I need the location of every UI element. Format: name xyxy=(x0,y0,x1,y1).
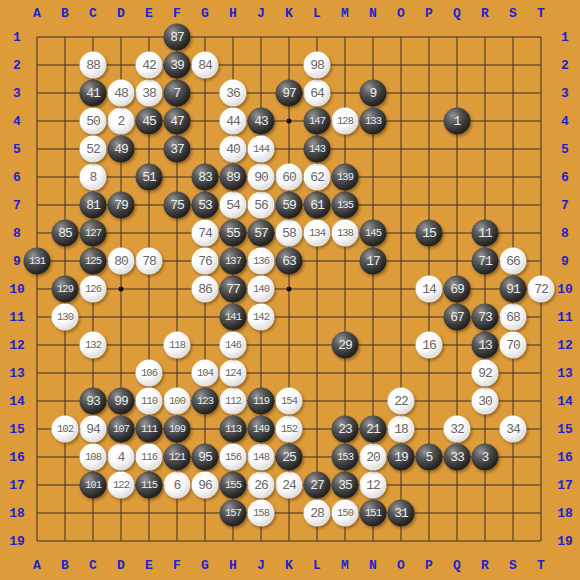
stone-black-M12: 29 xyxy=(332,332,359,359)
move-number: 8 xyxy=(90,171,97,184)
stone-white-D16: 4 xyxy=(108,444,135,471)
move-number: 76 xyxy=(198,255,212,268)
stone-white-J11: 142 xyxy=(248,304,275,331)
stone-white-D4: 2 xyxy=(108,108,135,135)
coord-label-bottom-R: R xyxy=(481,559,489,572)
move-number: 44 xyxy=(226,115,240,128)
move-number: 95 xyxy=(198,451,212,464)
move-number: 27 xyxy=(310,479,324,492)
move-number: 115 xyxy=(141,480,157,491)
coord-label-bottom-F: F xyxy=(173,559,181,572)
coord-label-right-14: 14 xyxy=(557,395,573,408)
move-number: 125 xyxy=(85,256,101,267)
stone-black-L7: 61 xyxy=(304,192,331,219)
coord-label-bottom-T: T xyxy=(537,559,545,572)
coord-label-left-9: 9 xyxy=(13,255,21,268)
move-number: 18 xyxy=(394,423,408,436)
move-number: 73 xyxy=(478,311,492,324)
move-number: 61 xyxy=(310,199,324,212)
coord-label-left-14: 14 xyxy=(9,395,25,408)
stone-white-Q15: 32 xyxy=(444,416,471,443)
move-number: 49 xyxy=(114,143,128,156)
stone-black-E4: 45 xyxy=(136,108,163,135)
stone-black-P16: 5 xyxy=(416,444,443,471)
coord-label-bottom-E: E xyxy=(145,559,153,572)
move-number: 146 xyxy=(225,340,241,351)
move-number: 71 xyxy=(478,255,492,268)
move-number: 135 xyxy=(337,200,353,211)
stone-black-N15: 21 xyxy=(360,416,387,443)
move-number: 78 xyxy=(142,255,156,268)
stone-black-M15: 23 xyxy=(332,416,359,443)
move-number: 98 xyxy=(310,59,324,72)
coord-label-bottom-G: G xyxy=(201,559,209,572)
move-number: 70 xyxy=(506,339,520,352)
move-number: 140 xyxy=(253,284,269,295)
stone-white-D3: 48 xyxy=(108,80,135,107)
move-number: 53 xyxy=(198,199,212,212)
stone-black-R12: 13 xyxy=(472,332,499,359)
move-number: 86 xyxy=(198,283,212,296)
stone-white-C4: 50 xyxy=(80,108,107,135)
coord-label-left-5: 5 xyxy=(13,143,21,156)
move-number: 126 xyxy=(85,284,101,295)
coord-label-left-4: 4 xyxy=(13,115,21,128)
move-number: 139 xyxy=(337,172,353,183)
move-number: 96 xyxy=(198,479,212,492)
move-number: 21 xyxy=(366,423,380,436)
stone-black-J14: 119 xyxy=(248,388,275,415)
stone-black-G6: 83 xyxy=(192,164,219,191)
stone-white-J10: 140 xyxy=(248,276,275,303)
coord-label-bottom-H: H xyxy=(229,559,237,572)
move-number: 17 xyxy=(366,255,380,268)
stone-black-D15: 107 xyxy=(108,416,135,443)
coord-label-right-19: 19 xyxy=(557,535,573,548)
stone-black-C9: 125 xyxy=(80,248,107,275)
stone-white-F14: 100 xyxy=(164,388,191,415)
stone-black-S10: 91 xyxy=(500,276,527,303)
stone-white-F12: 118 xyxy=(164,332,191,359)
move-number: 128 xyxy=(337,116,353,127)
coord-label-top-P: P xyxy=(425,7,433,20)
move-number: 72 xyxy=(534,283,548,296)
move-number: 123 xyxy=(197,396,213,407)
coord-label-left-16: 16 xyxy=(9,451,25,464)
stone-white-R14: 30 xyxy=(472,388,499,415)
stone-black-G16: 95 xyxy=(192,444,219,471)
stone-black-P8: 15 xyxy=(416,220,443,247)
stone-white-M4: 128 xyxy=(332,108,359,135)
move-number: 22 xyxy=(394,395,408,408)
stone-white-K8: 58 xyxy=(276,220,303,247)
move-number: 13 xyxy=(478,339,492,352)
move-number: 87 xyxy=(170,31,184,44)
move-number: 110 xyxy=(141,396,157,407)
stone-black-R11: 73 xyxy=(472,304,499,331)
move-number: 37 xyxy=(170,143,184,156)
move-number: 62 xyxy=(310,171,324,184)
move-number: 101 xyxy=(85,480,101,491)
stone-black-Q11: 67 xyxy=(444,304,471,331)
stone-white-O15: 18 xyxy=(388,416,415,443)
stone-white-J16: 148 xyxy=(248,444,275,471)
star-point-D10 xyxy=(119,287,124,292)
stone-white-H14: 112 xyxy=(220,388,247,415)
stone-black-K9: 63 xyxy=(276,248,303,275)
coord-label-right-11: 11 xyxy=(557,311,573,324)
coord-label-right-16: 16 xyxy=(557,451,573,464)
move-number: 107 xyxy=(113,424,129,435)
coord-label-bottom-O: O xyxy=(397,559,405,572)
stone-black-L17: 27 xyxy=(304,472,331,499)
coord-label-top-Q: Q xyxy=(453,7,461,20)
coord-label-bottom-D: D xyxy=(117,559,125,572)
move-number: 48 xyxy=(114,87,128,100)
stone-white-E13: 106 xyxy=(136,360,163,387)
move-number: 59 xyxy=(282,199,296,212)
stone-black-C7: 81 xyxy=(80,192,107,219)
move-number: 66 xyxy=(506,255,520,268)
stone-black-C8: 127 xyxy=(80,220,107,247)
stone-black-B8: 85 xyxy=(52,220,79,247)
stone-white-J6: 90 xyxy=(248,164,275,191)
stone-black-M16: 153 xyxy=(332,444,359,471)
move-number: 43 xyxy=(254,115,268,128)
move-number: 23 xyxy=(338,423,352,436)
stone-black-D7: 79 xyxy=(108,192,135,219)
stone-black-F1: 87 xyxy=(164,24,191,51)
stone-white-L18: 28 xyxy=(304,500,331,527)
coord-label-right-8: 8 xyxy=(561,227,569,240)
move-number: 133 xyxy=(365,116,381,127)
coord-label-left-11: 11 xyxy=(9,311,25,324)
move-number: 16 xyxy=(422,339,436,352)
stone-white-T10: 72 xyxy=(528,276,555,303)
coord-label-top-D: D xyxy=(117,7,125,20)
stone-white-S12: 70 xyxy=(500,332,527,359)
move-number: 132 xyxy=(85,340,101,351)
move-number: 94 xyxy=(86,423,100,436)
stone-white-K14: 154 xyxy=(276,388,303,415)
coord-label-right-7: 7 xyxy=(561,199,569,212)
move-number: 141 xyxy=(225,312,241,323)
move-number: 90 xyxy=(254,171,268,184)
stone-black-N9: 17 xyxy=(360,248,387,275)
move-number: 15 xyxy=(422,227,436,240)
stone-black-H6: 89 xyxy=(220,164,247,191)
stone-black-H15: 113 xyxy=(220,416,247,443)
coord-label-left-12: 12 xyxy=(9,339,25,352)
move-number: 100 xyxy=(169,396,185,407)
coord-label-top-R: R xyxy=(481,7,489,20)
stone-black-Q4: 1 xyxy=(444,108,471,135)
coord-label-bottom-A: A xyxy=(33,559,41,572)
go-board: AABBCCDDEEFFGGHHJJKKLLMMNNOOPPQQRRSSTT11… xyxy=(0,0,580,580)
stone-white-G13: 104 xyxy=(192,360,219,387)
move-number: 80 xyxy=(114,255,128,268)
move-number: 6 xyxy=(174,479,181,492)
stone-white-C2: 88 xyxy=(80,52,107,79)
stone-black-Q16: 33 xyxy=(444,444,471,471)
move-number: 40 xyxy=(226,143,240,156)
stone-white-H5: 40 xyxy=(220,136,247,163)
stone-black-E15: 111 xyxy=(136,416,163,443)
stone-white-K6: 60 xyxy=(276,164,303,191)
move-number: 137 xyxy=(225,256,241,267)
stone-white-H7: 54 xyxy=(220,192,247,219)
stone-black-C17: 101 xyxy=(80,472,107,499)
move-number: 106 xyxy=(141,368,157,379)
coord-label-top-L: L xyxy=(313,7,321,20)
stone-white-E3: 38 xyxy=(136,80,163,107)
coord-label-top-M: M xyxy=(341,7,349,20)
stone-black-H9: 137 xyxy=(220,248,247,275)
stone-white-K17: 24 xyxy=(276,472,303,499)
move-number: 118 xyxy=(169,340,185,351)
coord-label-right-13: 13 xyxy=(557,367,573,380)
stone-white-G2: 84 xyxy=(192,52,219,79)
move-number: 7 xyxy=(174,87,181,100)
coord-label-right-3: 3 xyxy=(561,87,569,100)
coord-label-right-1: 1 xyxy=(561,31,569,44)
coord-label-top-E: E xyxy=(145,7,153,20)
coord-label-top-A: A xyxy=(33,7,41,20)
coord-label-right-18: 18 xyxy=(557,507,573,520)
move-number: 93 xyxy=(86,395,100,408)
coord-label-bottom-L: L xyxy=(313,559,321,572)
move-number: 35 xyxy=(338,479,352,492)
stone-black-D5: 49 xyxy=(108,136,135,163)
stone-white-G17: 96 xyxy=(192,472,219,499)
coord-label-top-G: G xyxy=(201,7,209,20)
stone-white-D17: 122 xyxy=(108,472,135,499)
move-number: 20 xyxy=(366,451,380,464)
move-number: 99 xyxy=(114,395,128,408)
stone-black-E17: 115 xyxy=(136,472,163,499)
stone-white-E16: 116 xyxy=(136,444,163,471)
stone-black-B10: 129 xyxy=(52,276,79,303)
stone-white-D9: 80 xyxy=(108,248,135,275)
stone-black-O18: 31 xyxy=(388,500,415,527)
move-number: 134 xyxy=(309,228,325,239)
move-number: 57 xyxy=(254,227,268,240)
stone-white-J9: 136 xyxy=(248,248,275,275)
coord-label-right-10: 10 xyxy=(557,283,573,296)
stone-white-H16: 156 xyxy=(220,444,247,471)
coord-label-right-9: 9 xyxy=(561,255,569,268)
move-number: 4 xyxy=(118,451,125,464)
coord-label-top-S: S xyxy=(509,7,517,20)
stone-black-D14: 99 xyxy=(108,388,135,415)
stone-black-R8: 11 xyxy=(472,220,499,247)
move-number: 108 xyxy=(85,452,101,463)
coord-label-left-17: 17 xyxy=(9,479,25,492)
stone-black-E6: 51 xyxy=(136,164,163,191)
stone-black-M6: 139 xyxy=(332,164,359,191)
move-number: 153 xyxy=(337,452,353,463)
stone-black-G7: 53 xyxy=(192,192,219,219)
stone-white-C15: 94 xyxy=(80,416,107,443)
coord-label-bottom-Q: Q xyxy=(453,559,461,572)
stone-white-F17: 6 xyxy=(164,472,191,499)
move-number: 85 xyxy=(58,227,72,240)
stone-black-H10: 77 xyxy=(220,276,247,303)
move-number: 9 xyxy=(370,87,377,100)
move-number: 34 xyxy=(506,423,520,436)
coord-label-left-8: 8 xyxy=(13,227,21,240)
stone-white-H4: 44 xyxy=(220,108,247,135)
stone-black-M7: 135 xyxy=(332,192,359,219)
move-number: 81 xyxy=(86,199,100,212)
stone-black-N4: 133 xyxy=(360,108,387,135)
move-number: 56 xyxy=(254,199,268,212)
stone-black-F2: 39 xyxy=(164,52,191,79)
stone-white-M18: 150 xyxy=(332,500,359,527)
move-number: 116 xyxy=(141,452,157,463)
move-number: 45 xyxy=(142,115,156,128)
move-number: 19 xyxy=(394,451,408,464)
coord-label-top-T: T xyxy=(537,7,545,20)
stone-white-P12: 16 xyxy=(416,332,443,359)
stone-white-L3: 64 xyxy=(304,80,331,107)
move-number: 136 xyxy=(253,256,269,267)
stone-white-S11: 68 xyxy=(500,304,527,331)
move-number: 92 xyxy=(478,367,492,380)
move-number: 58 xyxy=(282,227,296,240)
star-point-K4 xyxy=(287,119,292,124)
stone-black-K3: 97 xyxy=(276,80,303,107)
move-number: 91 xyxy=(506,283,520,296)
coord-label-bottom-S: S xyxy=(509,559,517,572)
move-number: 60 xyxy=(282,171,296,184)
stone-white-H12: 146 xyxy=(220,332,247,359)
stone-white-B15: 102 xyxy=(52,416,79,443)
stone-black-N18: 151 xyxy=(360,500,387,527)
move-number: 112 xyxy=(225,396,241,407)
move-number: 152 xyxy=(281,424,297,435)
move-number: 14 xyxy=(422,283,436,296)
stone-white-J17: 26 xyxy=(248,472,275,499)
stone-black-H17: 155 xyxy=(220,472,247,499)
move-number: 25 xyxy=(282,451,296,464)
stone-white-L8: 134 xyxy=(304,220,331,247)
move-number: 50 xyxy=(86,115,100,128)
move-number: 102 xyxy=(57,424,73,435)
move-number: 142 xyxy=(253,312,269,323)
move-number: 28 xyxy=(310,507,324,520)
stone-black-F16: 121 xyxy=(164,444,191,471)
move-number: 12 xyxy=(366,479,380,492)
move-number: 130 xyxy=(57,312,73,323)
move-number: 145 xyxy=(365,228,381,239)
coord-label-left-7: 7 xyxy=(13,199,21,212)
stone-white-C5: 52 xyxy=(80,136,107,163)
move-number: 30 xyxy=(478,395,492,408)
stone-white-N17: 12 xyxy=(360,472,387,499)
stone-white-P10: 14 xyxy=(416,276,443,303)
move-number: 138 xyxy=(337,228,353,239)
coord-label-left-19: 19 xyxy=(9,535,25,548)
move-number: 69 xyxy=(450,283,464,296)
coord-label-top-B: B xyxy=(61,7,69,20)
coord-label-right-12: 12 xyxy=(557,339,573,352)
coord-label-right-6: 6 xyxy=(561,171,569,184)
stone-white-M8: 138 xyxy=(332,220,359,247)
coord-label-bottom-C: C xyxy=(89,559,97,572)
coord-label-top-H: H xyxy=(229,7,237,20)
coord-label-right-17: 17 xyxy=(557,479,573,492)
move-number: 143 xyxy=(309,144,325,155)
stone-black-O16: 19 xyxy=(388,444,415,471)
stone-black-R9: 71 xyxy=(472,248,499,275)
move-number: 83 xyxy=(198,171,212,184)
move-number: 47 xyxy=(170,115,184,128)
stone-black-C14: 93 xyxy=(80,388,107,415)
move-number: 121 xyxy=(169,452,185,463)
coord-label-right-2: 2 xyxy=(561,59,569,72)
coord-label-top-F: F xyxy=(173,7,181,20)
move-number: 11 xyxy=(478,227,492,240)
move-number: 42 xyxy=(142,59,156,72)
move-number: 131 xyxy=(29,256,45,267)
stone-white-G8: 74 xyxy=(192,220,219,247)
coord-label-top-O: O xyxy=(397,7,405,20)
stone-black-J8: 57 xyxy=(248,220,275,247)
coord-label-top-K: K xyxy=(285,7,293,20)
move-number: 155 xyxy=(225,480,241,491)
coord-label-bottom-K: K xyxy=(285,559,293,572)
move-number: 109 xyxy=(169,424,185,435)
move-number: 147 xyxy=(309,116,325,127)
coord-label-left-3: 3 xyxy=(13,87,21,100)
move-number: 89 xyxy=(226,171,240,184)
coord-label-left-18: 18 xyxy=(9,507,25,520)
move-number: 104 xyxy=(197,368,213,379)
stone-white-J18: 158 xyxy=(248,500,275,527)
move-number: 24 xyxy=(282,479,296,492)
stone-white-S15: 34 xyxy=(500,416,527,443)
move-number: 122 xyxy=(113,480,129,491)
coord-label-bottom-N: N xyxy=(369,559,377,572)
coord-label-left-13: 13 xyxy=(9,367,25,380)
stone-white-C16: 108 xyxy=(80,444,107,471)
stone-white-C6: 8 xyxy=(80,164,107,191)
coord-label-left-10: 10 xyxy=(9,283,25,296)
stone-white-J5: 144 xyxy=(248,136,275,163)
stone-black-N8: 145 xyxy=(360,220,387,247)
move-number: 26 xyxy=(254,479,268,492)
stone-black-H8: 55 xyxy=(220,220,247,247)
coord-label-right-4: 4 xyxy=(561,115,569,128)
stone-black-H11: 141 xyxy=(220,304,247,331)
stone-black-F4: 47 xyxy=(164,108,191,135)
move-number: 119 xyxy=(253,396,269,407)
move-number: 1 xyxy=(454,115,461,128)
stone-black-L4: 147 xyxy=(304,108,331,135)
stone-white-G10: 86 xyxy=(192,276,219,303)
star-point-K10 xyxy=(287,287,292,292)
coord-label-left-6: 6 xyxy=(13,171,21,184)
stone-black-A9: 131 xyxy=(24,248,51,275)
stone-black-F5: 37 xyxy=(164,136,191,163)
coord-label-top-C: C xyxy=(89,7,97,20)
stone-white-K15: 152 xyxy=(276,416,303,443)
stone-white-L2: 98 xyxy=(304,52,331,79)
stone-black-F15: 109 xyxy=(164,416,191,443)
stone-white-J7: 56 xyxy=(248,192,275,219)
move-number: 144 xyxy=(253,144,269,155)
